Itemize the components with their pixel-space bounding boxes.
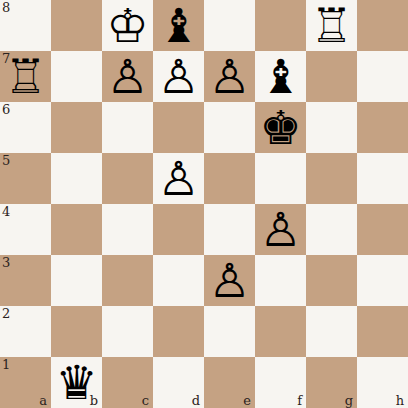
file-label-d: d <box>192 394 200 407</box>
file-label-c: c <box>142 394 149 407</box>
piece-black-bishop-d8[interactable]: ♝ <box>153 0 204 51</box>
square-e5[interactable] <box>204 153 255 204</box>
square-c1[interactable]: c <box>102 357 153 408</box>
square-d5[interactable]: ♙ <box>153 153 204 204</box>
square-f6[interactable]: ♚ <box>255 102 306 153</box>
square-f8[interactable] <box>255 0 306 51</box>
file-label-g: g <box>345 394 353 407</box>
square-d1[interactable]: d <box>153 357 204 408</box>
square-h6[interactable] <box>357 102 408 153</box>
chess-board-wrap: 8♔♝♖7♖♙♙♙♝6♚5♙4♙3♙21ab♛cdefgh <box>0 0 408 408</box>
square-c7[interactable]: ♙ <box>102 51 153 102</box>
piece-white-pawn-d7[interactable]: ♙ <box>153 51 204 102</box>
rank-label-2: 2 <box>2 307 10 320</box>
square-g8[interactable]: ♖ <box>306 0 357 51</box>
square-c5[interactable] <box>102 153 153 204</box>
piece-black-king-f6[interactable]: ♚ <box>255 102 306 153</box>
square-h5[interactable] <box>357 153 408 204</box>
square-g6[interactable] <box>306 102 357 153</box>
square-e3[interactable]: ♙ <box>204 255 255 306</box>
rank-label-4: 4 <box>2 205 10 218</box>
square-c3[interactable] <box>102 255 153 306</box>
square-h2[interactable] <box>357 306 408 357</box>
rank-label-1: 1 <box>2 358 10 371</box>
square-a5[interactable]: 5 <box>0 153 51 204</box>
square-g5[interactable] <box>306 153 357 204</box>
square-e4[interactable] <box>204 204 255 255</box>
piece-white-pawn-e3[interactable]: ♙ <box>204 255 255 306</box>
square-e2[interactable] <box>204 306 255 357</box>
square-h1[interactable]: h <box>357 357 408 408</box>
square-g4[interactable] <box>306 204 357 255</box>
square-a1[interactable]: 1a <box>0 357 51 408</box>
square-a3[interactable]: 3 <box>0 255 51 306</box>
rank-label-6: 6 <box>2 103 10 116</box>
piece-white-king-c8[interactable]: ♔ <box>102 0 153 51</box>
square-b3[interactable] <box>51 255 102 306</box>
piece-white-rook-a7[interactable]: ♖ <box>0 51 51 102</box>
square-e6[interactable] <box>204 102 255 153</box>
square-c6[interactable] <box>102 102 153 153</box>
chess-board: 8♔♝♖7♖♙♙♙♝6♚5♙4♙3♙21ab♛cdefgh <box>0 0 408 408</box>
rank-label-3: 3 <box>2 256 10 269</box>
square-d3[interactable] <box>153 255 204 306</box>
square-d8[interactable]: ♝ <box>153 0 204 51</box>
square-f2[interactable] <box>255 306 306 357</box>
square-a4[interactable]: 4 <box>0 204 51 255</box>
square-g1[interactable]: g <box>306 357 357 408</box>
piece-white-pawn-c7[interactable]: ♙ <box>102 51 153 102</box>
square-b2[interactable] <box>51 306 102 357</box>
square-d4[interactable] <box>153 204 204 255</box>
square-f4[interactable]: ♙ <box>255 204 306 255</box>
square-g7[interactable] <box>306 51 357 102</box>
square-f3[interactable] <box>255 255 306 306</box>
piece-white-pawn-f4[interactable]: ♙ <box>255 204 306 255</box>
square-h8[interactable] <box>357 0 408 51</box>
square-a6[interactable]: 6 <box>0 102 51 153</box>
square-e7[interactable]: ♙ <box>204 51 255 102</box>
square-b1[interactable]: b♛ <box>51 357 102 408</box>
square-d7[interactable]: ♙ <box>153 51 204 102</box>
square-b5[interactable] <box>51 153 102 204</box>
square-b4[interactable] <box>51 204 102 255</box>
square-f1[interactable]: f <box>255 357 306 408</box>
square-h4[interactable] <box>357 204 408 255</box>
square-c8[interactable]: ♔ <box>102 0 153 51</box>
piece-white-pawn-e7[interactable]: ♙ <box>204 51 255 102</box>
square-f7[interactable]: ♝ <box>255 51 306 102</box>
file-label-a: a <box>39 394 47 407</box>
square-b7[interactable] <box>51 51 102 102</box>
file-label-f: f <box>297 394 302 407</box>
square-c4[interactable] <box>102 204 153 255</box>
file-label-h: h <box>396 394 404 407</box>
piece-white-pawn-d5[interactable]: ♙ <box>153 153 204 204</box>
square-b8[interactable] <box>51 0 102 51</box>
piece-black-bishop-f7[interactable]: ♝ <box>255 51 306 102</box>
square-h3[interactable] <box>357 255 408 306</box>
square-d6[interactable] <box>153 102 204 153</box>
square-a7[interactable]: 7♖ <box>0 51 51 102</box>
square-c2[interactable] <box>102 306 153 357</box>
file-label-e: e <box>243 394 251 407</box>
square-b6[interactable] <box>51 102 102 153</box>
piece-white-rook-g8[interactable]: ♖ <box>306 0 357 51</box>
square-f5[interactable] <box>255 153 306 204</box>
piece-black-queen-b1[interactable]: ♛ <box>51 357 102 408</box>
square-e1[interactable]: e <box>204 357 255 408</box>
rank-label-8: 8 <box>2 1 10 14</box>
square-a2[interactable]: 2 <box>0 306 51 357</box>
rank-label-5: 5 <box>2 154 10 167</box>
square-g3[interactable] <box>306 255 357 306</box>
square-d2[interactable] <box>153 306 204 357</box>
square-h7[interactable] <box>357 51 408 102</box>
square-a8[interactable]: 8 <box>0 0 51 51</box>
square-e8[interactable] <box>204 0 255 51</box>
square-g2[interactable] <box>306 306 357 357</box>
